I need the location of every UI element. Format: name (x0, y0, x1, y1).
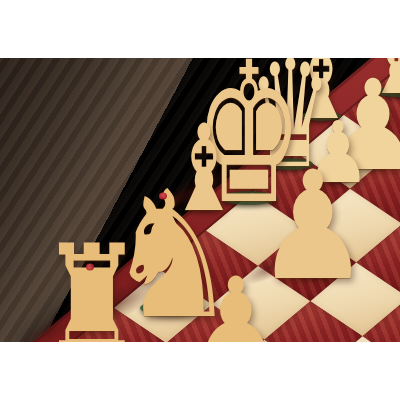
maker-stamp-knight (159, 193, 167, 200)
product-photo-frame: ♝ ♝ ♛ ♚ ♟ ♟ ♝ ♟ ♞ ♟ ♜ (0, 0, 400, 400)
top-white-band (0, 0, 400, 58)
bottom-white-band (0, 342, 400, 400)
chess-set-photo: ♝ ♝ ♛ ♚ ♟ ♟ ♝ ♟ ♞ ♟ ♜ (0, 58, 400, 342)
white-pawn-bottom: ♟ (190, 262, 281, 342)
white-rook: ♜ (40, 225, 145, 342)
piece-layer: ♝ ♝ ♛ ♚ ♟ ♟ ♝ ♟ ♞ ♟ ♜ (0, 58, 400, 342)
maker-stamp-rook (86, 264, 94, 271)
